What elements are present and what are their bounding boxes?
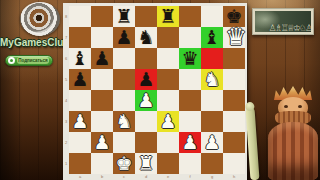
square-f7[interactable] (179, 27, 201, 48)
square-f4[interactable] (179, 90, 201, 111)
square-e3[interactable]: ♟ (157, 111, 179, 132)
square-a8[interactable] (69, 6, 91, 27)
piece-black-king-h8: ♚ (223, 6, 245, 27)
square-d8[interactable] (135, 6, 157, 27)
square-f2[interactable]: ♟ (179, 132, 201, 153)
piece-white-rook-d1: ♜ (135, 153, 157, 174)
piece-white-pawn-g2: ♟ (201, 132, 223, 153)
video-thumbnail: MyGamesClub Подписаться 87654321 ♜♜♚♟♞♝♛… (0, 0, 320, 180)
square-b2[interactable]: ♟ (91, 132, 113, 153)
square-g2[interactable]: ♟ (201, 132, 223, 153)
file-label-g: g (201, 174, 223, 180)
square-a6[interactable]: ♝ (69, 48, 91, 69)
square-h6[interactable] (223, 48, 245, 69)
file-label-a: a (69, 174, 91, 180)
piece-black-pawn-b6: ♟ (91, 48, 113, 69)
piece-black-pawn-a5: ♟ (69, 69, 91, 90)
square-c8[interactable]: ♜ (113, 6, 135, 27)
square-b5[interactable] (91, 69, 113, 90)
file-label-f: f (179, 174, 201, 180)
piece-black-bishop-a6: ♝ (69, 48, 91, 69)
square-h7[interactable]: ♛ (223, 27, 245, 48)
square-g5[interactable]: ♞ (201, 69, 223, 90)
square-c5[interactable] (113, 69, 135, 90)
square-d6[interactable] (135, 48, 157, 69)
piece-white-queen-h7: ♛ (225, 27, 247, 48)
file-label-c: c (113, 174, 135, 180)
piece-black-rook-e8: ♜ (157, 6, 179, 27)
piece-white-knight-g5: ♞ (201, 69, 223, 90)
square-d1[interactable]: ♜ (135, 153, 157, 174)
square-e8[interactable]: ♜ (157, 6, 179, 27)
square-b8[interactable] (91, 6, 113, 27)
piece-black-bishop-g7: ♝ (201, 27, 223, 48)
square-c1[interactable]: ♚ (113, 153, 135, 174)
piece-black-rook-c8: ♜ (113, 6, 135, 27)
square-g3[interactable] (201, 111, 223, 132)
square-d7[interactable]: ♞ (135, 27, 157, 48)
square-a7[interactable] (69, 27, 91, 48)
statue-sword-icon (245, 108, 259, 180)
square-b4[interactable] (91, 90, 113, 111)
square-f6[interactable]: ♛ (179, 48, 201, 69)
wall-picture-frame: ♙♗♖♕♔♘♙ (252, 8, 314, 35)
piece-white-pawn-e3: ♟ (157, 111, 179, 132)
channel-logo-icon (20, 2, 60, 36)
square-g7[interactable]: ♝ (201, 27, 223, 48)
square-b6[interactable]: ♟ (91, 48, 113, 69)
square-c7[interactable]: ♟ (113, 27, 135, 48)
square-g8[interactable] (201, 6, 223, 27)
square-d4[interactable]: ♟ (135, 90, 157, 111)
square-b3[interactable] (91, 111, 113, 132)
chess-board: 87654321 ♜♜♚♟♞♝♛♝♟♛♟♟♞♟♟♞♟♟♟♟♚♜ abcdefgh (63, 3, 247, 180)
board-grid: ♜♜♚♟♞♝♛♝♟♛♟♟♞♟♟♞♟♟♟♟♚♜ (69, 6, 245, 174)
square-c3[interactable]: ♞ (113, 111, 135, 132)
statue-king-figure (265, 86, 319, 180)
channel-title: MyGamesClub (0, 37, 64, 48)
square-a3[interactable]: ♟ (69, 111, 91, 132)
square-c2[interactable] (113, 132, 135, 153)
square-a1[interactable] (69, 153, 91, 174)
subscribe-button-label: Подписаться (17, 57, 49, 64)
square-b1[interactable] (91, 153, 113, 174)
square-a2[interactable] (69, 132, 91, 153)
file-label-b: b (91, 174, 113, 180)
square-f3[interactable] (179, 111, 201, 132)
square-c6[interactable] (113, 48, 135, 69)
statue-body-icon (268, 122, 318, 180)
wall-picture-photo-icon: ♙♗♖♕♔♘♙ (255, 11, 311, 32)
piece-white-knight-c3: ♞ (113, 111, 135, 132)
square-e1[interactable] (157, 153, 179, 174)
subscribe-button[interactable]: Подписаться (5, 55, 53, 66)
piece-white-pawn-d4: ♟ (135, 90, 157, 111)
piece-black-pawn-c7: ♟ (113, 27, 135, 48)
piece-white-pawn-b2: ♟ (91, 132, 113, 153)
subscribe-badge-icon (8, 57, 15, 64)
square-e5[interactable] (157, 69, 179, 90)
square-a5[interactable]: ♟ (69, 69, 91, 90)
piece-black-knight-d7: ♞ (135, 27, 157, 48)
file-labels: abcdefgh (69, 174, 245, 180)
square-d5[interactable]: ♟ (135, 69, 157, 90)
piece-black-pawn-d5: ♟ (135, 69, 157, 90)
square-g1[interactable] (201, 153, 223, 174)
subscribe-dot-icon (10, 59, 13, 62)
square-e2[interactable] (157, 132, 179, 153)
square-a4[interactable] (69, 90, 91, 111)
square-f1[interactable] (179, 153, 201, 174)
square-c4[interactable] (113, 90, 135, 111)
piece-white-king-c1: ♚ (113, 153, 135, 174)
picture-chess-pieces-icon: ♙♗♖♕♔♘♙ (269, 23, 311, 32)
file-label-d: d (135, 174, 157, 180)
square-d3[interactable] (135, 111, 157, 132)
square-b7[interactable] (91, 27, 113, 48)
square-g4[interactable] (201, 90, 223, 111)
piece-white-pawn-a3: ♟ (69, 111, 91, 132)
square-e7[interactable] (157, 27, 179, 48)
square-g6[interactable] (201, 48, 223, 69)
square-e6[interactable] (157, 48, 179, 69)
piece-white-pawn-f2: ♟ (179, 132, 201, 153)
square-f5[interactable] (179, 69, 201, 90)
square-d2[interactable] (135, 132, 157, 153)
file-label-e: e (157, 174, 179, 180)
square-f8[interactable] (179, 6, 201, 27)
square-e4[interactable] (157, 90, 179, 111)
square-h8[interactable]: ♚ (223, 6, 245, 27)
carved-king-statue-icon (248, 84, 320, 180)
piece-black-queen-f6: ♛ (179, 48, 201, 69)
